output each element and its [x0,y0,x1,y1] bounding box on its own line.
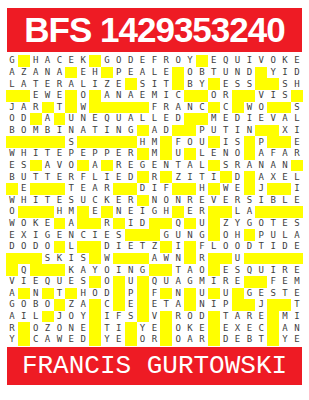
letter-cell: A [172,276,184,288]
blank-cell [279,253,291,265]
page-title: BFS 1429353240 [24,8,284,52]
letter-cell: I [232,125,244,137]
letter-cell: A [255,148,267,160]
letter-cell: U [267,229,279,241]
letter-cell: D [77,334,89,346]
letter-cell: A [172,299,184,311]
blank-cell [184,125,196,137]
letter-cell: E [291,195,303,207]
blank-cell [291,90,303,102]
blank-cell [42,136,54,148]
blank-cell [137,276,149,288]
letter-cell: T [255,334,267,346]
blank-cell [30,206,42,218]
letter-cell: I [113,264,125,276]
letter-cell: P [65,148,77,160]
letter-cell: T [196,171,208,183]
blank-cell [244,229,256,241]
letter-cell: W [101,253,113,265]
letter-cell: A [184,264,196,276]
letter-cell: H [291,78,303,90]
blank-cell [30,183,42,195]
letter-cell: E [54,229,66,241]
letter-cell: B [6,171,18,183]
blank-cell [255,206,267,218]
letter-cell: R [279,264,291,276]
letter-cell: I [291,183,303,195]
letter-cell: A [255,171,267,183]
letter-cell: S [77,253,89,265]
letter-cell: E [255,288,267,300]
letter-cell: E [18,183,30,195]
blank-cell [42,102,54,114]
letter-cell: U [172,148,184,160]
letter-cell: M [291,276,303,288]
letter-cell: O [184,67,196,79]
letter-cell: S [220,160,232,172]
letter-cell: R [160,55,172,67]
letter-cell: E [208,148,220,160]
letter-cell: E [113,171,125,183]
letter-cell: E [291,55,303,67]
letter-cell: N [160,160,172,172]
blank-cell [267,125,279,137]
blank-cell [30,113,42,125]
letter-cell: U [196,218,208,230]
letter-cell: N [172,288,184,300]
letter-cell: I [184,171,196,183]
blank-cell [255,67,267,79]
blank-cell [113,102,125,114]
letter-cell: E [65,334,77,346]
letter-cell: K [77,55,89,67]
letter-cell: R [125,195,137,207]
letter-cell: M [149,136,161,148]
letter-cell: T [137,241,149,253]
letter-cell: I [244,113,256,125]
letter-cell: T [220,125,232,137]
letter-cell: L [77,78,89,90]
letter-cell: D [279,241,291,253]
blank-cell [54,241,66,253]
blank-cell [89,241,101,253]
blank-cell [77,206,89,218]
letter-cell: S [65,136,77,148]
letter-cell: O [160,195,172,207]
book-cover: BFS 1429353240 GHACEKGODEFROYEQUIVOKEAZA… [0,0,309,400]
letter-cell: M [149,148,161,160]
letter-cell: E [220,113,232,125]
letter-cell: E [220,78,232,90]
letter-cell: I [291,125,303,137]
letter-cell: T [172,264,184,276]
blank-cell [54,218,66,230]
letter-cell: O [232,148,244,160]
blank-cell [89,334,101,346]
letter-cell: H [18,195,30,207]
blank-cell [232,288,244,300]
blank-cell [137,195,149,207]
letter-cell: W [220,183,232,195]
blank-cell [54,113,66,125]
letter-cell: D [220,334,232,346]
letter-cell: Q [172,218,184,230]
blank-cell [208,78,220,90]
letter-cell: E [30,276,42,288]
letter-cell: I [30,195,42,207]
letter-cell: P [196,125,208,137]
blank-cell [137,288,149,300]
letter-cell: U [160,276,172,288]
letter-cell: G [101,55,113,67]
blank-cell [125,183,137,195]
blank-cell [137,102,149,114]
blank-cell [160,241,172,253]
letter-cell: D [6,241,18,253]
letter-cell: E [291,241,303,253]
blank-cell [137,253,149,265]
letter-cell: I [149,78,161,90]
letter-cell: N [232,67,244,79]
blank-cell [255,276,267,288]
letter-cell: I [291,311,303,323]
letter-cell: I [279,67,291,79]
letter-cell: X [232,322,244,334]
letter-cell: L [6,78,18,90]
letter-cell: C [89,195,101,207]
letter-cell: O [220,229,232,241]
blank-cell [291,253,303,265]
letter-cell: A [42,55,54,67]
blank-cell [18,334,30,346]
letter-cell: E [279,218,291,230]
blank-cell [160,136,172,148]
letter-cell: C [77,229,89,241]
letter-cell: D [196,311,208,323]
letter-cell: R [196,253,208,265]
letter-cell: L [65,241,77,253]
letter-cell: B [184,78,196,90]
letter-cell: E [232,334,244,346]
letter-cell: Y [196,78,208,90]
letter-cell: J [54,311,66,323]
blank-cell [18,55,30,67]
letter-cell: E [220,322,232,334]
blank-cell [244,253,256,265]
letter-cell: N [255,160,267,172]
letter-cell: E [125,241,137,253]
letter-cell: E [42,218,54,230]
letter-cell: I [30,229,42,241]
letter-cell: Y [137,322,149,334]
letter-cell: E [77,67,89,79]
letter-cell: N [149,195,161,207]
blank-cell [89,136,101,148]
letter-cell: L [149,113,161,125]
blank-cell [77,136,89,148]
blank-cell [184,241,196,253]
letter-cell: G [184,276,196,288]
letter-cell: B [196,67,208,79]
letter-cell: M [149,90,161,102]
letter-cell: N [77,113,89,125]
letter-cell: I [208,299,220,311]
blank-cell [42,288,54,300]
letter-cell: O [18,125,30,137]
blank-cell [30,160,42,172]
letter-cell: F [172,136,184,148]
letter-cell: R [30,102,42,114]
letter-cell: I [65,253,77,265]
blank-cell [172,125,184,137]
letter-cell: R [160,102,172,114]
blank-cell [208,288,220,300]
letter-cell: O [18,299,30,311]
blank-cell [291,206,303,218]
blank-cell [89,311,101,323]
letter-cell: F [267,276,279,288]
letter-cell: I [113,241,125,253]
letter-cell: O [101,264,113,276]
letter-cell: A [77,299,89,311]
blank-cell [125,322,137,334]
author-name: FRANCIS GURTOWSKI [22,347,287,385]
letter-cell: C [101,299,113,311]
blank-cell [279,206,291,218]
letter-cell: D [101,241,113,253]
letter-cell: Q [42,276,54,288]
letter-cell: E [65,276,77,288]
letter-cell: I [255,195,267,207]
letter-cell: A [232,311,244,323]
letter-cell: Y [6,334,18,346]
letter-cell: A [137,67,149,79]
letter-cell: E [113,195,125,207]
letter-cell: T [30,171,42,183]
letter-cell: O [196,264,208,276]
blank-cell [6,183,18,195]
blank-cell [6,264,18,276]
letter-cell: N [65,125,77,137]
letter-cell: A [172,102,184,114]
letter-cell: E [30,90,42,102]
letter-cell: D [125,55,137,67]
letter-cell: N [244,125,256,137]
letter-cell: E [54,90,66,102]
letter-cell: S [113,229,125,241]
blank-cell [196,113,208,125]
letter-cell: W [42,90,54,102]
blank-cell [125,136,137,148]
blank-cell [137,125,149,137]
letter-cell: E [160,67,172,79]
letter-cell: U [208,125,220,137]
letter-cell: A [125,90,137,102]
letter-cell: T [65,183,77,195]
blank-cell [244,90,256,102]
blank-cell [89,253,101,265]
blank-cell [42,311,54,323]
letter-cell: R [184,195,196,207]
blank-cell [267,322,279,334]
letter-cell: K [30,218,42,230]
blank-cell [196,90,208,102]
letter-cell: D [160,125,172,137]
blank-cell [208,311,220,323]
letter-cell: O [137,334,149,346]
letter-cell: G [137,264,149,276]
letter-cell: O [172,334,184,346]
letter-cell: D [101,288,113,300]
blank-cell [113,136,125,148]
letter-cell: O [30,322,42,334]
blank-cell [267,334,279,346]
letter-cell: A [42,113,54,125]
letter-cell: V [149,311,161,323]
blank-cell [125,334,137,346]
blank-cell [18,253,30,265]
letter-cell: A [279,322,291,334]
blank-cell [208,334,220,346]
letter-cell: R [6,322,18,334]
letter-cell: A [89,183,101,195]
letter-cell: A [101,90,113,102]
letter-cell: O [89,288,101,300]
letter-cell: S [244,78,256,90]
letter-cell: L [291,171,303,183]
letter-cell: E [65,55,77,67]
blank-cell [137,148,149,160]
letter-cell: D [18,113,30,125]
blank-cell [220,253,232,265]
blank-cell [160,171,172,183]
letter-cell: S [77,276,89,288]
blank-cell [137,229,149,241]
letter-cell: L [279,229,291,241]
letter-cell: L [208,241,220,253]
letter-cell: E [6,229,18,241]
blank-cell [113,288,125,300]
letter-cell: L [196,148,208,160]
blank-cell [184,113,196,125]
blank-cell [172,78,184,90]
letter-cell: O [172,55,184,67]
blank-cell [18,90,30,102]
blank-cell [101,206,113,218]
letter-cell: A [42,160,54,172]
letter-cell: V [267,113,279,125]
letter-cell: O [220,241,232,253]
letter-cell: D [172,113,184,125]
letter-cell: R [244,311,256,323]
blank-cell [184,218,196,230]
letter-cell: G [160,229,172,241]
blank-cell [113,299,125,311]
blank-cell [6,90,18,102]
letter-cell: I [137,206,149,218]
blank-cell [89,55,101,67]
letter-cell: N [172,253,184,265]
letter-cell: O [65,160,77,172]
blank-cell [54,183,66,195]
letter-cell: A [77,264,89,276]
letter-cell: H [196,183,208,195]
letter-cell: M [208,113,220,125]
letter-cell: F [267,148,279,160]
letter-cell: E [279,171,291,183]
blank-cell [244,148,256,160]
letter-cell: I [30,148,42,160]
blank-cell [77,160,89,172]
letter-cell: E [220,264,232,276]
blank-cell [137,311,149,323]
letter-cell: N [184,229,196,241]
letter-cell: R [125,148,137,160]
letter-cell: E [77,183,89,195]
letter-cell: S [291,218,303,230]
letter-cell: T [291,299,303,311]
blank-cell [279,299,291,311]
letter-cell: E [125,160,137,172]
blank-cell [160,218,172,230]
blank-cell [101,67,113,79]
letter-cell: T [172,160,184,172]
letter-cell: V [255,55,267,67]
letter-cell: U [125,276,137,288]
letter-cell: Y [184,55,196,67]
blank-cell [172,67,184,79]
letter-cell: I [208,276,220,288]
letter-cell: F [160,183,172,195]
letter-cell: E [149,299,161,311]
letter-cell: I [101,125,113,137]
letter-cell: A [18,102,30,114]
blank-cell [160,334,172,346]
blank-cell [267,183,279,195]
blank-cell [160,311,172,323]
letter-cell: O [172,322,184,334]
letter-cell: A [89,160,101,172]
letter-cell: S [232,78,244,90]
letter-cell: N [196,299,208,311]
letter-cell: N [113,90,125,102]
letter-cell: F [113,311,125,323]
letter-cell: L [279,195,291,207]
letter-cell: J [6,102,18,114]
blank-cell [149,229,161,241]
letter-cell: M [196,276,208,288]
letter-cell: C [220,102,232,114]
blank-cell [54,299,66,311]
letter-cell: T [255,241,267,253]
blank-cell [172,206,184,218]
letter-cell: O [255,102,267,114]
letter-cell: E [54,171,66,183]
letter-cell: N [220,148,232,160]
letter-cell: E [291,264,303,276]
letter-cell: J [255,183,267,195]
letter-cell: G [149,206,161,218]
letter-cell: V [208,195,220,207]
letter-cell: L [149,67,161,79]
blank-cell [149,218,161,230]
letter-cell: B [30,299,42,311]
letter-cell: R [232,160,244,172]
blank-cell [208,322,220,334]
letter-cell: E [160,113,172,125]
letter-cell: T [42,148,54,160]
blank-cell [267,78,279,90]
